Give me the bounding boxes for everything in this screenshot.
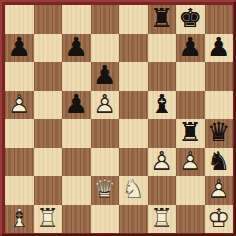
square-e8[interactable] xyxy=(119,5,148,34)
piece-black-rook[interactable]: ♜♖ xyxy=(176,119,205,148)
piece-white-rook[interactable]: ♜♖ xyxy=(34,205,63,234)
piece-glyph-outline: ♖ xyxy=(150,205,173,231)
square-a2[interactable] xyxy=(5,176,34,205)
chess-board: ♜♖♚♔♟♙♟♙♟♙♟♙♟♙♟♙♟♙♟♙♝♗♜♖♛♕♟♙♟♙♞♘♛♕♞♘♟♙♝♗… xyxy=(5,5,233,233)
piece-glyph-outline: ♙ xyxy=(207,34,230,60)
piece-glyph-outline: ♖ xyxy=(179,119,202,145)
square-b3[interactable] xyxy=(34,148,63,177)
square-a4[interactable] xyxy=(5,119,34,148)
square-h4[interactable]: ♛♕ xyxy=(205,119,234,148)
square-g5[interactable] xyxy=(176,91,205,120)
square-d4[interactable] xyxy=(91,119,120,148)
square-d1[interactable] xyxy=(91,205,120,234)
square-d7[interactable] xyxy=(91,34,120,63)
square-g1[interactable] xyxy=(176,205,205,234)
square-b2[interactable] xyxy=(34,176,63,205)
square-a7[interactable]: ♟♙ xyxy=(5,34,34,63)
piece-glyph-outline: ♙ xyxy=(65,34,88,60)
piece-glyph-outline: ♘ xyxy=(122,176,145,202)
piece-black-pawn[interactable]: ♟♙ xyxy=(62,91,91,120)
square-b8[interactable] xyxy=(34,5,63,34)
square-c4[interactable] xyxy=(62,119,91,148)
square-f3[interactable]: ♟♙ xyxy=(148,148,177,177)
square-d3[interactable] xyxy=(91,148,120,177)
piece-black-bishop[interactable]: ♝♗ xyxy=(148,91,177,120)
square-e7[interactable] xyxy=(119,34,148,63)
piece-black-queen[interactable]: ♛♕ xyxy=(205,119,234,148)
square-f7[interactable] xyxy=(148,34,177,63)
square-g7[interactable]: ♟♙ xyxy=(176,34,205,63)
square-g2[interactable] xyxy=(176,176,205,205)
piece-glyph-outline: ♙ xyxy=(179,34,202,60)
piece-black-pawn[interactable]: ♟♙ xyxy=(62,34,91,63)
square-h1[interactable]: ♚♔ xyxy=(205,205,234,234)
square-f5[interactable]: ♝♗ xyxy=(148,91,177,120)
piece-white-queen[interactable]: ♛♕ xyxy=(91,176,120,205)
piece-black-pawn[interactable]: ♟♙ xyxy=(176,34,205,63)
piece-glyph-outline: ♙ xyxy=(93,62,116,88)
piece-white-bishop[interactable]: ♝♗ xyxy=(5,205,34,234)
square-a8[interactable] xyxy=(5,5,34,34)
square-h6[interactable] xyxy=(205,62,234,91)
square-h5[interactable] xyxy=(205,91,234,120)
square-a6[interactable] xyxy=(5,62,34,91)
piece-black-king[interactable]: ♚♔ xyxy=(176,5,205,34)
square-e3[interactable] xyxy=(119,148,148,177)
piece-white-pawn[interactable]: ♟♙ xyxy=(176,148,205,177)
square-c5[interactable]: ♟♙ xyxy=(62,91,91,120)
board-frame: ♜♖♚♔♟♙♟♙♟♙♟♙♟♙♟♙♟♙♟♙♝♗♜♖♛♕♟♙♟♙♞♘♛♕♞♘♟♙♝♗… xyxy=(0,0,236,236)
piece-glyph-outline: ♗ xyxy=(8,205,31,231)
square-f2[interactable] xyxy=(148,176,177,205)
piece-white-pawn[interactable]: ♟♙ xyxy=(148,148,177,177)
square-b7[interactable] xyxy=(34,34,63,63)
piece-glyph-outline: ♘ xyxy=(207,148,230,174)
piece-glyph-outline: ♙ xyxy=(8,34,31,60)
square-g8[interactable]: ♚♔ xyxy=(176,5,205,34)
square-a1[interactable]: ♝♗ xyxy=(5,205,34,234)
square-e6[interactable] xyxy=(119,62,148,91)
square-g6[interactable] xyxy=(176,62,205,91)
piece-white-rook[interactable]: ♜♖ xyxy=(148,205,177,234)
square-f6[interactable] xyxy=(148,62,177,91)
piece-glyph-outline: ♙ xyxy=(8,91,31,117)
square-a5[interactable]: ♟♙ xyxy=(5,91,34,120)
square-d2[interactable]: ♛♕ xyxy=(91,176,120,205)
piece-black-pawn[interactable]: ♟♙ xyxy=(91,62,120,91)
square-h2[interactable]: ♟♙ xyxy=(205,176,234,205)
square-f1[interactable]: ♜♖ xyxy=(148,205,177,234)
square-b1[interactable]: ♜♖ xyxy=(34,205,63,234)
piece-glyph-outline: ♙ xyxy=(150,148,173,174)
square-e5[interactable] xyxy=(119,91,148,120)
square-c2[interactable] xyxy=(62,176,91,205)
square-b6[interactable] xyxy=(34,62,63,91)
piece-glyph-outline: ♕ xyxy=(207,119,230,145)
square-c1[interactable] xyxy=(62,205,91,234)
piece-black-pawn[interactable]: ♟♙ xyxy=(205,34,234,63)
square-d5[interactable]: ♟♙ xyxy=(91,91,120,120)
piece-glyph-outline: ♕ xyxy=(93,176,116,202)
piece-glyph-outline: ♔ xyxy=(179,5,202,31)
square-d6[interactable]: ♟♙ xyxy=(91,62,120,91)
piece-glyph-outline: ♙ xyxy=(93,91,116,117)
square-e4[interactable] xyxy=(119,119,148,148)
square-c6[interactable] xyxy=(62,62,91,91)
piece-glyph-outline: ♗ xyxy=(150,91,173,117)
square-d8[interactable] xyxy=(91,5,120,34)
square-e2[interactable]: ♞♘ xyxy=(119,176,148,205)
square-g4[interactable]: ♜♖ xyxy=(176,119,205,148)
piece-white-pawn[interactable]: ♟♙ xyxy=(5,91,34,120)
piece-black-rook[interactable]: ♜♖ xyxy=(148,5,177,34)
square-g3[interactable]: ♟♙ xyxy=(176,148,205,177)
square-c3[interactable] xyxy=(62,148,91,177)
square-h8[interactable] xyxy=(205,5,234,34)
square-f4[interactable] xyxy=(148,119,177,148)
square-a3[interactable] xyxy=(5,148,34,177)
piece-black-knight[interactable]: ♞♘ xyxy=(205,148,234,177)
square-h7[interactable]: ♟♙ xyxy=(205,34,234,63)
square-c7[interactable]: ♟♙ xyxy=(62,34,91,63)
square-e1[interactable] xyxy=(119,205,148,234)
piece-white-king[interactable]: ♚♔ xyxy=(205,205,234,234)
square-c8[interactable] xyxy=(62,5,91,34)
piece-black-pawn[interactable]: ♟♙ xyxy=(5,34,34,63)
piece-white-pawn[interactable]: ♟♙ xyxy=(205,176,234,205)
piece-glyph-outline: ♙ xyxy=(207,176,230,202)
piece-glyph-outline: ♖ xyxy=(36,205,59,231)
piece-glyph-outline: ♙ xyxy=(65,91,88,117)
square-f8[interactable]: ♜♖ xyxy=(148,5,177,34)
piece-glyph-outline: ♙ xyxy=(179,148,202,174)
square-b5[interactable] xyxy=(34,91,63,120)
piece-glyph-outline: ♔ xyxy=(207,205,230,231)
piece-glyph-outline: ♖ xyxy=(150,5,173,31)
piece-white-knight[interactable]: ♞♘ xyxy=(119,176,148,205)
piece-white-pawn[interactable]: ♟♙ xyxy=(91,91,120,120)
square-h3[interactable]: ♞♘ xyxy=(205,148,234,177)
square-b4[interactable] xyxy=(34,119,63,148)
